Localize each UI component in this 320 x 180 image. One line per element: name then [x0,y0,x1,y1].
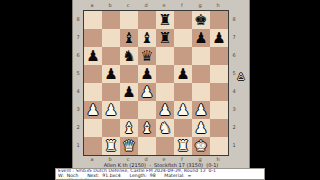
piece-black-pawn[interactable]: ♟ [122,83,135,101]
rank-label-2: 2 [74,118,82,136]
square-c6[interactable]: ♞ [120,47,138,65]
square-b3[interactable]: ♟ [102,101,120,119]
square-f7[interactable] [174,29,192,47]
game-info-footer: Event : Smb35 Dutch Defense, Castle FM 2… [55,168,265,180]
square-a8[interactable] [84,11,102,29]
square-b4[interactable] [102,83,120,101]
square-h1[interactable] [210,137,228,155]
square-a4[interactable] [84,83,102,101]
square-h8[interactable] [210,11,228,29]
engine-version-line: Hi NED/A 1.7b [58,179,262,180]
piece-white-pawn[interactable]: ♟ [158,101,171,119]
square-g4[interactable] [192,83,210,101]
piece-black-pawn[interactable]: ♟ [194,29,207,47]
square-c3[interactable] [120,101,138,119]
square-a5[interactable] [84,65,102,83]
square-e8[interactable]: ♜ [156,11,174,29]
square-b2[interactable] [102,119,120,137]
file-label-b: b [101,1,119,9]
square-c1[interactable]: ♛ [120,137,138,155]
square-g3[interactable]: ♟ [192,101,210,119]
square-c8[interactable] [120,11,138,29]
file-label-f: f [173,1,191,9]
piece-white-pawn[interactable]: ♟ [194,101,207,119]
piece-black-pawn[interactable]: ♟ [140,65,153,83]
piece-white-pawn[interactable]: ♟ [194,119,207,137]
file-label-h: h [209,1,227,9]
square-f2[interactable] [174,119,192,137]
square-e5[interactable] [156,65,174,83]
square-h6[interactable] [210,47,228,65]
square-f1[interactable]: ♜ [174,137,192,155]
square-g7[interactable]: ♟ [192,29,210,47]
square-f6[interactable] [174,47,192,65]
square-d7[interactable]: ♝ [138,29,156,47]
square-d2[interactable]: ♝ [138,119,156,137]
square-d6[interactable]: ♛ [138,47,156,65]
square-g2[interactable]: ♟ [192,119,210,137]
square-b5[interactable]: ♟ [102,65,120,83]
square-g1[interactable]: ♚ [192,137,210,155]
square-a1[interactable] [84,137,102,155]
rank-label-2: 2 [230,118,238,136]
piece-white-king[interactable]: ♚ [194,137,207,155]
square-e7[interactable]: ♜ [156,29,174,47]
board: ♜♚♝♝♜♟♟♟♞♛♟♟♟♟♟♟♟♟♟♟♝♝♞♟♜♛♜♚ [83,10,229,156]
piece-black-bishop[interactable]: ♝ [122,29,135,47]
square-f3[interactable]: ♟ [174,101,192,119]
rank-label-8: 8 [230,10,238,28]
square-e6[interactable] [156,47,174,65]
piece-black-king[interactable]: ♚ [194,11,207,29]
piece-black-pawn[interactable]: ♟ [212,29,225,47]
rank-label-6: 6 [74,46,82,64]
square-h5[interactable] [210,65,228,83]
square-e4[interactable] [156,83,174,101]
piece-black-knight[interactable]: ♞ [122,47,135,65]
piece-white-pawn[interactable]: ♟ [140,83,153,101]
piece-black-bishop[interactable]: ♝ [140,29,153,47]
square-a6[interactable]: ♟ [84,47,102,65]
piece-black-pawn[interactable]: ♟ [86,47,99,65]
rank-label-4: 4 [74,82,82,100]
square-a3[interactable]: ♟ [84,101,102,119]
square-e1[interactable] [156,137,174,155]
square-h3[interactable] [210,101,228,119]
square-g8[interactable]: ♚ [192,11,210,29]
rank-label-3: 3 [230,100,238,118]
side-to-move-pawn-icon: ♙ [235,70,247,84]
piece-white-pawn[interactable]: ♟ [86,101,99,119]
rank-label-6: 6 [230,46,238,64]
piece-black-rook[interactable]: ♜ [158,11,171,29]
square-h7[interactable]: ♟ [210,29,228,47]
rank-label-1: 1 [74,136,82,154]
rank-label-3: 3 [74,100,82,118]
square-d3[interactable] [138,101,156,119]
piece-white-knight[interactable]: ♞ [158,119,171,137]
square-a2[interactable] [84,119,102,137]
square-a7[interactable] [84,29,102,47]
square-g6[interactable] [192,47,210,65]
square-h4[interactable] [210,83,228,101]
square-h2[interactable] [210,119,228,137]
piece-black-queen[interactable]: ♛ [140,47,153,65]
file-label-e: e [155,1,173,9]
piece-white-rook[interactable]: ♜ [104,137,117,155]
piece-white-rook[interactable]: ♜ [176,137,189,155]
square-d4[interactable]: ♟ [138,83,156,101]
square-b7[interactable] [102,29,120,47]
rank-label-7: 7 [74,28,82,46]
square-c7[interactable]: ♝ [120,29,138,47]
square-c5[interactable] [120,65,138,83]
square-b1[interactable]: ♜ [102,137,120,155]
file-label-c: c [119,1,137,9]
piece-white-bishop[interactable]: ♝ [122,119,135,137]
rank-labels-left: 87654321 [74,10,82,154]
rank-label-8: 8 [74,10,82,28]
piece-white-queen[interactable]: ♛ [122,137,135,155]
piece-black-pawn[interactable]: ♟ [176,65,189,83]
square-c4[interactable]: ♟ [120,83,138,101]
square-f5[interactable]: ♟ [174,65,192,83]
square-c2[interactable]: ♝ [120,119,138,137]
square-f8[interactable] [174,11,192,29]
rank-label-5: 5 [74,64,82,82]
file-label-a: a [83,1,101,9]
rank-label-4: 4 [230,82,238,100]
piece-white-bishop[interactable]: ♝ [140,119,153,137]
square-d1[interactable] [138,137,156,155]
rank-label-1: 1 [230,136,238,154]
piece-white-pawn[interactable]: ♟ [104,101,117,119]
square-e3[interactable]: ♟ [156,101,174,119]
square-b8[interactable] [102,11,120,29]
piece-white-pawn[interactable]: ♟ [176,101,189,119]
rank-label-7: 7 [230,28,238,46]
square-g5[interactable] [192,65,210,83]
square-d5[interactable]: ♟ [138,65,156,83]
square-e2[interactable]: ♞ [156,119,174,137]
piece-black-rook[interactable]: ♜ [158,29,171,47]
square-b6[interactable] [102,47,120,65]
video-frame: abcdefgh 87654321 ♜♚♝♝♜♟♟♟♞♛♟♟♟♟♟♟♟♟♟♟♝♝… [0,0,320,180]
file-label-d: d [137,1,155,9]
chess-gui-panel: abcdefgh 87654321 ♜♚♝♝♜♟♟♟♞♛♟♟♟♟♟♟♟♟♟♟♝♝… [72,0,250,180]
piece-black-pawn[interactable]: ♟ [104,65,117,83]
square-f4[interactable] [174,83,192,101]
file-labels-top: abcdefgh [83,1,227,9]
square-d8[interactable] [138,11,156,29]
file-label-g: g [191,1,209,9]
